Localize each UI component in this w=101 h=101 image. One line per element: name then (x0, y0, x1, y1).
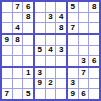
cell-r2c3: 8 (23, 13, 33, 23)
cell-r8c5: 2 (46, 79, 56, 89)
cell-r9c3: 5 (23, 89, 33, 99)
cell-r5c8[interactable] (79, 46, 89, 56)
cell-r9c4[interactable] (35, 89, 45, 99)
cell-r3c9[interactable] (89, 23, 99, 33)
cell-r5c7[interactable] (68, 46, 78, 56)
cell-r1c7: 5 (68, 2, 78, 12)
cell-r7c2[interactable] (13, 68, 23, 78)
cell-r7c4: 3 (35, 68, 45, 78)
cell-r5c6: 3 (56, 46, 66, 56)
cell-r5c3[interactable] (23, 46, 33, 56)
cell-r5c1[interactable] (2, 46, 12, 56)
cell-r4c7[interactable] (68, 35, 78, 45)
cell-r6c6[interactable] (56, 56, 66, 66)
cell-r2c7[interactable] (68, 13, 78, 23)
cell-r1c5[interactable] (46, 2, 56, 12)
cell-r1c9: 8 (89, 2, 99, 12)
cell-r4c9[interactable] (89, 35, 99, 45)
cell-r8c8[interactable] (79, 79, 89, 89)
cell-r8c1[interactable] (2, 79, 12, 89)
cell-r9c5[interactable] (46, 89, 56, 99)
cell-r6c9: 6 (89, 56, 99, 66)
cell-r2c9[interactable] (89, 13, 99, 23)
cell-r9c9[interactable] (89, 89, 99, 99)
cell-r7c5[interactable] (46, 68, 56, 78)
box-3-1: 175 (2, 68, 33, 99)
cell-r8c6[interactable] (56, 79, 66, 89)
cell-r3c2: 4 (13, 23, 23, 33)
cell-r9c7: 9 (68, 89, 78, 99)
cell-r2c2[interactable] (13, 13, 23, 23)
cell-r6c8: 3 (79, 56, 89, 66)
cell-r7c1[interactable] (2, 68, 12, 78)
cell-r2c8[interactable] (79, 13, 89, 23)
cell-r4c6[interactable] (56, 35, 66, 45)
cell-r5c9[interactable] (89, 46, 99, 56)
cell-r4c3[interactable] (23, 35, 33, 45)
sudoku-board: 768434858798543361753927396 (0, 0, 101, 101)
cell-r3c3[interactable] (23, 23, 33, 33)
cell-r4c2: 8 (13, 35, 23, 45)
cell-r6c1[interactable] (2, 56, 12, 66)
cell-r2c1[interactable] (2, 13, 12, 23)
cell-r9c1: 7 (2, 89, 12, 99)
cell-r6c4[interactable] (35, 56, 45, 66)
cell-r8c2[interactable] (13, 79, 23, 89)
box-1-3: 587 (68, 2, 99, 33)
cell-r3c1[interactable] (2, 23, 12, 33)
cell-r4c8[interactable] (79, 35, 89, 45)
cell-r3c8[interactable] (79, 23, 89, 33)
cell-r7c3: 1 (23, 68, 33, 78)
cell-r3c4[interactable] (35, 23, 45, 33)
box-2-2: 543 (35, 35, 66, 66)
cell-r2c4[interactable] (35, 13, 45, 23)
box-3-3: 7396 (68, 68, 99, 99)
cell-r1c6[interactable] (56, 2, 66, 12)
cell-r8c9[interactable] (89, 79, 99, 89)
box-3-2: 392 (35, 68, 66, 99)
cell-r9c6[interactable] (56, 89, 66, 99)
cell-r6c2[interactable] (13, 56, 23, 66)
cell-r3c5[interactable] (46, 23, 56, 33)
cell-r1c8[interactable] (79, 2, 89, 12)
cell-r2c5: 3 (46, 13, 56, 23)
cell-r4c1: 9 (2, 35, 12, 45)
cell-r1c1[interactable] (2, 2, 12, 12)
cell-r9c2[interactable] (13, 89, 23, 99)
cell-r4c5[interactable] (46, 35, 56, 45)
cell-r7c8: 7 (79, 68, 89, 78)
cell-r5c4: 5 (35, 46, 45, 56)
cell-r7c9[interactable] (89, 68, 99, 78)
cell-r7c7[interactable] (68, 68, 78, 78)
box-2-3: 36 (68, 35, 99, 66)
cell-r1c2: 7 (13, 2, 23, 12)
box-1-2: 348 (35, 2, 66, 33)
box-1-1: 7684 (2, 2, 33, 33)
cell-r5c2[interactable] (13, 46, 23, 56)
cell-r3c6: 8 (56, 23, 66, 33)
cell-r8c4: 9 (35, 79, 45, 89)
cell-r4c4[interactable] (35, 35, 45, 45)
cell-r5c5: 4 (46, 46, 56, 56)
cell-r1c4[interactable] (35, 2, 45, 12)
cell-r8c7: 3 (68, 79, 78, 89)
cell-r7c6[interactable] (56, 68, 66, 78)
cell-r6c7[interactable] (68, 56, 78, 66)
box-2-1: 98 (2, 35, 33, 66)
cell-r2c6: 4 (56, 13, 66, 23)
cell-r6c3[interactable] (23, 56, 33, 66)
cell-r6c5[interactable] (46, 56, 56, 66)
cell-r8c3[interactable] (23, 79, 33, 89)
cell-r3c7: 7 (68, 23, 78, 33)
cell-r1c3: 6 (23, 2, 33, 12)
cell-r9c8: 6 (79, 89, 89, 99)
